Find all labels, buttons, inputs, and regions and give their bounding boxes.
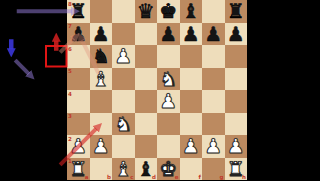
square-f3[interactable] [180,113,203,136]
video-frame: 8♜♛♚♝♜7♟♟♟♟♟♟6♞♟5♝♞4♟3♞2♟♟♟♟♟1a♜bc♝d♝e♚f… [0,0,320,180]
black-pawn-b7[interactable]: ♟ [90,23,113,46]
black-queen-d8[interactable]: ♛ [135,0,158,23]
square-e5[interactable]: ♞ [157,68,180,91]
square-b6[interactable]: ♞ [90,45,113,68]
square-b8[interactable] [90,0,113,23]
square-b2[interactable]: ♟ [90,135,113,158]
file-label-f: f [199,174,201,180]
square-b3[interactable] [90,113,113,136]
file-label-d: d [152,174,156,180]
square-f7[interactable]: ♟ [180,23,203,46]
square-h4[interactable] [225,90,248,113]
square-b5[interactable]: ♝ [90,68,113,91]
square-g5[interactable] [202,68,225,91]
square-h6[interactable] [225,45,248,68]
square-f8[interactable]: ♝ [180,0,203,23]
rank-label-1: 1 [68,158,72,164]
square-c1[interactable]: c♝ [112,158,135,181]
square-g1[interactable]: g [202,158,225,181]
file-label-b: b [107,174,111,180]
square-b4[interactable] [90,90,113,113]
square-e8[interactable]: ♚ [157,0,180,23]
square-f4[interactable] [180,90,203,113]
file-label-c: c [130,174,133,180]
square-d2[interactable] [135,135,158,158]
square-e2[interactable] [157,135,180,158]
square-a5[interactable]: 5 [67,68,90,91]
square-f2[interactable]: ♟ [180,135,203,158]
white-bishop-b5[interactable]: ♝ [90,68,113,91]
white-pawn-f2[interactable]: ♟ [180,135,203,158]
square-f5[interactable] [180,68,203,91]
square-a4[interactable]: 4 [67,90,90,113]
square-c7[interactable] [112,23,135,46]
square-d5[interactable] [135,68,158,91]
white-pawn-c6[interactable]: ♟ [112,45,135,68]
black-pawn-f7[interactable]: ♟ [180,23,203,46]
square-c5[interactable] [112,68,135,91]
square-e1[interactable]: e♚ [157,158,180,181]
square-h7[interactable]: ♟ [225,23,248,46]
white-knight-e5[interactable]: ♞ [157,68,180,91]
square-g3[interactable] [202,113,225,136]
square-g6[interactable] [202,45,225,68]
square-d3[interactable] [135,113,158,136]
square-e4[interactable]: ♟ [157,90,180,113]
square-d4[interactable] [135,90,158,113]
square-b7[interactable]: ♟ [90,23,113,46]
black-pawn-e7[interactable]: ♟ [157,23,180,46]
square-c3[interactable]: ♞ [112,113,135,136]
square-c2[interactable] [112,135,135,158]
file-label-a: a [85,174,89,180]
black-knight-b6[interactable]: ♞ [90,45,113,68]
rank-label-7: 7 [68,23,72,29]
square-h1[interactable]: h♜ [225,158,248,181]
rank-label-4: 4 [68,91,72,97]
chess-board: 8♜♛♚♝♜7♟♟♟♟♟♟6♞♟5♝♞4♟3♞2♟♟♟♟♟1a♜bc♝d♝e♚f… [67,0,247,180]
square-h3[interactable] [225,113,248,136]
black-rook-h8[interactable]: ♜ [225,0,248,23]
rank-label-5: 5 [68,68,72,74]
square-f6[interactable] [180,45,203,68]
square-e6[interactable] [157,45,180,68]
black-king-e8[interactable]: ♚ [157,0,180,23]
square-b1[interactable]: b [90,158,113,181]
square-e3[interactable] [157,113,180,136]
square-d6[interactable] [135,45,158,68]
square-d7[interactable] [135,23,158,46]
black-pawn-h7[interactable]: ♟ [225,23,248,46]
square-g8[interactable] [202,0,225,23]
square-a6[interactable]: 6 [67,45,90,68]
square-g2[interactable]: ♟ [202,135,225,158]
square-c8[interactable] [112,0,135,23]
square-g7[interactable]: ♟ [202,23,225,46]
letterbox-right [247,0,320,180]
square-h2[interactable]: ♟ [225,135,248,158]
square-e7[interactable]: ♟ [157,23,180,46]
white-pawn-h2[interactable]: ♟ [225,135,248,158]
rank-label-8: 8 [68,1,72,7]
square-a8[interactable]: 8♜ [67,0,90,23]
square-h8[interactable]: ♜ [225,0,248,23]
square-c6[interactable]: ♟ [112,45,135,68]
square-c4[interactable] [112,90,135,113]
black-pawn-g7[interactable]: ♟ [202,23,225,46]
black-bishop-f8[interactable]: ♝ [180,0,203,23]
square-g4[interactable] [202,90,225,113]
file-label-e: e [175,174,179,180]
square-h5[interactable] [225,68,248,91]
white-knight-c3[interactable]: ♞ [112,113,135,136]
square-a3[interactable]: 3 [67,113,90,136]
square-d1[interactable]: d♝ [135,158,158,181]
rank-label-6: 6 [68,46,72,52]
square-a1[interactable]: 1a♜ [67,158,90,181]
letterbox-left [0,0,67,180]
file-label-g: g [220,174,224,180]
white-pawn-g2[interactable]: ♟ [202,135,225,158]
white-pawn-e4[interactable]: ♟ [157,90,180,113]
square-f1[interactable]: f [180,158,203,181]
square-a2[interactable]: 2♟ [67,135,90,158]
square-a7[interactable]: 7♟ [67,23,90,46]
file-label-h: h [242,174,246,180]
square-d8[interactable]: ♛ [135,0,158,23]
white-pawn-b2[interactable]: ♟ [90,135,113,158]
rank-label-2: 2 [68,136,72,142]
rank-label-3: 3 [68,113,72,119]
